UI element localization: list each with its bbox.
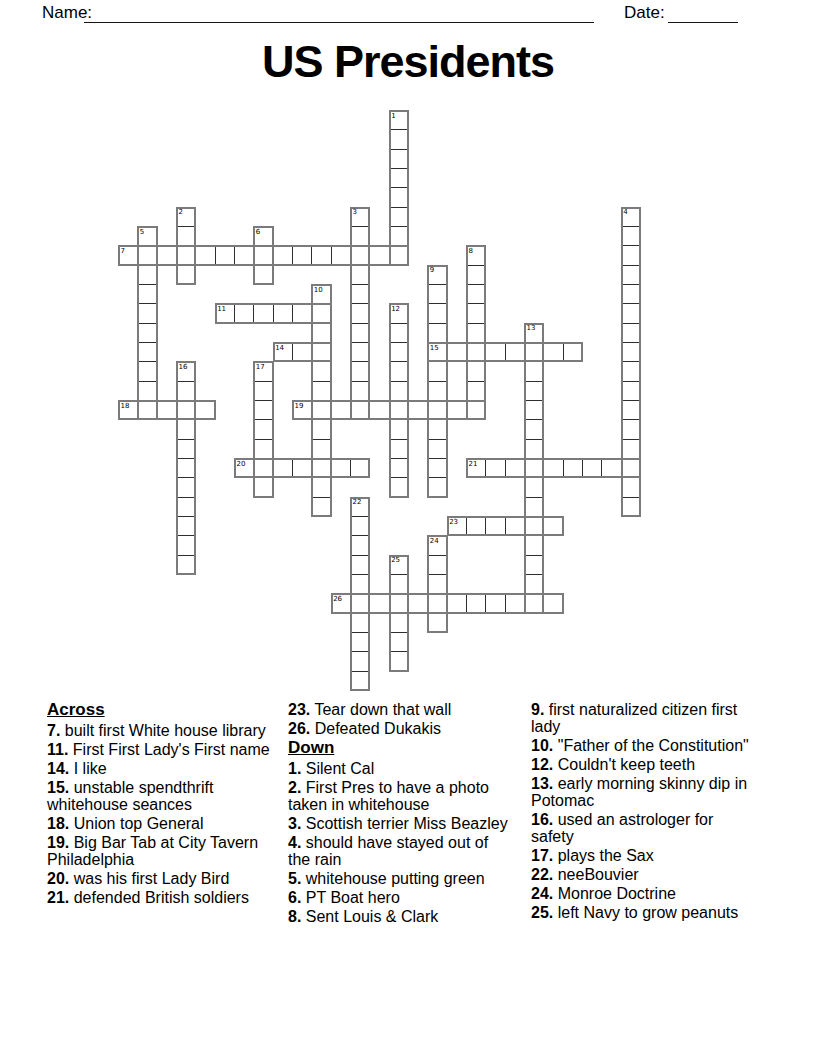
grid-cell-r14c7[interactable] xyxy=(253,381,273,401)
cell-number-26: 26 xyxy=(333,596,342,603)
grid-cell-r7c2[interactable] xyxy=(157,245,177,265)
grid-cell-r25c18[interactable] xyxy=(466,593,486,613)
grid-cell-r6c3[interactable] xyxy=(176,226,196,246)
grid-cell-r13c12[interactable] xyxy=(350,361,370,381)
grid-cell-r19c21[interactable] xyxy=(524,477,544,497)
clue-number: 11. xyxy=(47,741,68,758)
grid-cell-r15c21[interactable] xyxy=(524,400,544,420)
grid-cell-r15c1[interactable] xyxy=(137,400,157,420)
clue-down-3: 3. Scottish terrier Miss Beazley xyxy=(288,815,514,832)
cell-number-5: 5 xyxy=(140,229,144,236)
grid-cell-r7c1[interactable] xyxy=(137,245,157,265)
cell-number-8: 8 xyxy=(469,248,473,255)
grid-cell-r15c10[interactable] xyxy=(311,400,331,420)
clue-number: 1. xyxy=(288,760,301,777)
cell-number-18: 18 xyxy=(121,403,130,410)
grid-cell-r11c1[interactable] xyxy=(137,323,157,343)
clues-down-heading: Down xyxy=(288,739,514,757)
grid-cell-r19c26[interactable] xyxy=(621,477,641,497)
grid-cell-r13c18[interactable] xyxy=(466,361,486,381)
grid-cell-r11c10[interactable] xyxy=(311,323,331,343)
grid-cell-r13c26[interactable] xyxy=(621,361,641,381)
grid-cell-r9c12[interactable] xyxy=(350,284,370,304)
grid-cell-r12c17[interactable] xyxy=(447,342,467,362)
grid-cell-r8c12[interactable] xyxy=(350,265,370,285)
clue-across-20: 20. was his first Lady Bird xyxy=(47,870,285,887)
clue-number: 9. xyxy=(531,701,544,718)
grid-cell-r18c20[interactable] xyxy=(505,458,525,478)
grid-cell-r21c3[interactable] xyxy=(176,516,196,536)
grid-cell-r25c22[interactable] xyxy=(543,593,563,613)
grid-cell-r14c14[interactable] xyxy=(389,381,409,401)
cell-number-1: 1 xyxy=(391,113,395,120)
grid-cell-r7c14[interactable] xyxy=(389,245,409,265)
clue-number: 4. xyxy=(288,834,301,851)
clue-down-4: 4. should have stayed out of the rain xyxy=(288,834,514,868)
grid-cell-r7c11[interactable] xyxy=(331,245,351,265)
grid-cell-r14c16[interactable] xyxy=(427,381,447,401)
worksheet-page: Name: Date: US Presidents 71114151819202… xyxy=(0,0,816,1056)
clue-down-1: 1. Silent Cal xyxy=(288,760,514,777)
grid-cell-r20c26[interactable] xyxy=(621,497,641,517)
grid-cell-r4c14[interactable] xyxy=(389,187,409,207)
grid-cell-r14c21[interactable] xyxy=(524,381,544,401)
grid-cell-r14c10[interactable] xyxy=(311,381,331,401)
clue-down-17: 17. plays the Sax xyxy=(531,847,751,864)
clue-down-10: 10. "Father of the Constitution" xyxy=(531,737,751,754)
grid-cell-r14c26[interactable] xyxy=(621,381,641,401)
clue-number: 6. xyxy=(288,889,301,906)
grid-cell-r10c12[interactable] xyxy=(350,303,370,323)
cell-number-13: 13 xyxy=(527,325,536,332)
grid-cell-r19c16[interactable] xyxy=(427,477,447,497)
grid-cell-r18c24[interactable] xyxy=(582,458,602,478)
clue-number: 24. xyxy=(531,885,553,902)
grid-cell-r18c23[interactable] xyxy=(563,458,583,478)
clue-across-15: 15. unstable spendthrift whitehouse sean… xyxy=(47,779,285,813)
grid-cell-r23c12[interactable] xyxy=(350,555,370,575)
grid-cell-r23c21[interactable] xyxy=(524,555,544,575)
grid-cell-r15c14[interactable] xyxy=(389,400,409,420)
grid-cell-r20c10[interactable] xyxy=(311,497,331,517)
grid-cell-r21c18[interactable] xyxy=(466,516,486,536)
grid-cell-r27c12[interactable] xyxy=(350,632,370,652)
clue-number: 25. xyxy=(531,904,553,921)
grid-cell-r7c8[interactable] xyxy=(273,245,293,265)
clue-number: 19. xyxy=(47,834,69,851)
grid-cell-r12c10[interactable] xyxy=(311,342,331,362)
grid-cell-r25c13[interactable] xyxy=(369,593,389,613)
clue-number: 7. xyxy=(47,722,60,739)
clue-down-9: 9. first naturalized citizen first lady xyxy=(531,701,751,735)
grid-cell-r20c3[interactable] xyxy=(176,497,196,517)
grid-cell-r18c8[interactable] xyxy=(273,458,293,478)
grid-cell-r7c6[interactable] xyxy=(234,245,254,265)
clue-down-2: 2. First Pres to have a photo taken in w… xyxy=(288,779,514,813)
grid-cell-r10c26[interactable] xyxy=(621,303,641,323)
grid-cell-r10c18[interactable] xyxy=(466,303,486,323)
clue-number: 20. xyxy=(47,870,69,887)
cell-number-12: 12 xyxy=(391,306,400,313)
grid-cell-r1c14[interactable] xyxy=(389,129,409,149)
grid-cell-r13c10[interactable] xyxy=(311,361,331,381)
clue-number: 3. xyxy=(288,815,301,832)
grid-cell-r10c7[interactable] xyxy=(253,303,273,323)
clue-number: 13. xyxy=(531,775,553,792)
grid-cell-r10c10[interactable] xyxy=(311,303,331,323)
clue-down-22: 22. neeBouvier xyxy=(531,866,751,883)
clue-column-right: 9. first naturalized citizen first lady1… xyxy=(531,701,751,923)
grid-cell-r10c1[interactable] xyxy=(137,303,157,323)
grid-cell-r20c21[interactable] xyxy=(524,497,544,517)
grid-cell-r3c14[interactable] xyxy=(389,168,409,188)
grid-cell-r15c17[interactable] xyxy=(447,400,467,420)
grid-cell-r29c12[interactable] xyxy=(350,671,370,691)
grid-cell-r19c10[interactable] xyxy=(311,477,331,497)
clue-across-19: 19. Big Bar Tab at City Tavern Philadelp… xyxy=(47,834,285,868)
grid-cell-r13c21[interactable] xyxy=(524,361,544,381)
clue-down-25: 25. left Navy to grow peanuts xyxy=(531,904,751,921)
grid-cell-r12c19[interactable] xyxy=(485,342,505,362)
grid-cell-r18c11[interactable] xyxy=(331,458,351,478)
grid-cell-r12c21[interactable] xyxy=(524,342,544,362)
grid-cell-r11c12[interactable] xyxy=(350,323,370,343)
grid-cell-r28c12[interactable] xyxy=(350,651,370,671)
grid-cell-r9c1[interactable] xyxy=(137,284,157,304)
grid-cell-r8c1[interactable] xyxy=(137,265,157,285)
grid-cell-r7c3[interactable] xyxy=(176,245,196,265)
cell-number-3: 3 xyxy=(353,209,357,216)
grid-cell-r22c3[interactable] xyxy=(176,535,196,555)
grid-cell-r17c21[interactable] xyxy=(524,439,544,459)
grid-cell-r18c7[interactable] xyxy=(253,458,273,478)
grid-cell-r21c12[interactable] xyxy=(350,516,370,536)
grid-cell-r12c22[interactable] xyxy=(543,342,563,362)
grid-cell-r12c1[interactable] xyxy=(137,342,157,362)
grid-cell-r25c17[interactable] xyxy=(447,593,467,613)
grid-cell-r9c18[interactable] xyxy=(466,284,486,304)
grid-cell-r7c26[interactable] xyxy=(621,245,641,265)
grid-cell-r15c4[interactable] xyxy=(195,400,215,420)
clue-number: 12. xyxy=(531,756,553,773)
grid-cell-r19c14[interactable] xyxy=(389,477,409,497)
grid-cell-r22c12[interactable] xyxy=(350,535,370,555)
grid-cell-r17c7[interactable] xyxy=(253,439,273,459)
grid-cell-r8c26[interactable] xyxy=(621,265,641,285)
grid-cell-r10c16[interactable] xyxy=(427,303,447,323)
grid-cell-r14c3[interactable] xyxy=(176,381,196,401)
grid-cell-r23c3[interactable] xyxy=(176,555,196,575)
grid-cell-r15c15[interactable] xyxy=(408,400,428,420)
grid-cell-r21c20[interactable] xyxy=(505,516,525,536)
grid-cell-r24c21[interactable] xyxy=(524,574,544,594)
grid-cell-r14c1[interactable] xyxy=(137,381,157,401)
clue-across-26: 26. Defeated Dukakis xyxy=(288,720,514,737)
grid-cell-r7c4[interactable] xyxy=(195,245,215,265)
cell-number-20: 20 xyxy=(237,461,246,468)
grid-cell-r19c7[interactable] xyxy=(253,477,273,497)
clues-across-heading: Across xyxy=(47,701,285,719)
clue-number: 26. xyxy=(288,720,310,737)
grid-cell-r16c16[interactable] xyxy=(427,419,447,439)
grid-cell-r17c26[interactable] xyxy=(621,439,641,459)
clue-column-left: Across7. built first White house library… xyxy=(47,701,285,908)
grid-cell-r15c12[interactable] xyxy=(350,400,370,420)
clue-down-6: 6. PT Boat hero xyxy=(288,889,514,906)
grid-cell-r6c14[interactable] xyxy=(389,226,409,246)
grid-cell-r18c19[interactable] xyxy=(485,458,505,478)
grid-cell-r18c3[interactable] xyxy=(176,458,196,478)
grid-cell-r22c21[interactable] xyxy=(524,535,544,555)
grid-cell-r24c16[interactable] xyxy=(427,574,447,594)
grid-cell-r18c14[interactable] xyxy=(389,458,409,478)
grid-cell-r17c14[interactable] xyxy=(389,439,409,459)
clue-number: 2. xyxy=(288,779,301,796)
clue-down-24: 24. Monroe Doctrine xyxy=(531,885,751,902)
clue-column-middle: 23. Tear down that wall26. Defeated Duka… xyxy=(288,701,514,927)
grid-cell-r16c10[interactable] xyxy=(311,419,331,439)
grid-cell-r12c12[interactable] xyxy=(350,342,370,362)
cell-number-10: 10 xyxy=(314,287,323,294)
clue-down-12: 12. Couldn't keep teeth xyxy=(531,756,751,773)
grid-cell-r8c18[interactable] xyxy=(466,265,486,285)
cell-number-7: 7 xyxy=(121,248,125,255)
grid-cell-r14c18[interactable] xyxy=(466,381,486,401)
grid-cell-r15c11[interactable] xyxy=(331,400,351,420)
grid-cell-r7c9[interactable] xyxy=(292,245,312,265)
clue-number: 16. xyxy=(531,811,553,828)
grid-cell-r11c16[interactable] xyxy=(427,323,447,343)
grid-cell-r13c1[interactable] xyxy=(137,361,157,381)
clue-across-23: 23. Tear down that wall xyxy=(288,701,514,718)
grid-cell-r12c20[interactable] xyxy=(505,342,525,362)
grid-cell-r12c26[interactable] xyxy=(621,342,641,362)
grid-cell-r11c26[interactable] xyxy=(621,323,641,343)
grid-cell-r17c3[interactable] xyxy=(176,439,196,459)
grid-cell-r10c9[interactable] xyxy=(292,303,312,323)
grid-cell-r15c16[interactable] xyxy=(427,400,447,420)
grid-cell-r10c6[interactable] xyxy=(234,303,254,323)
grid-cell-r15c18[interactable] xyxy=(466,400,486,420)
grid-cell-r21c19[interactable] xyxy=(485,516,505,536)
grid-cell-r17c10[interactable] xyxy=(311,439,331,459)
cell-number-23: 23 xyxy=(449,519,458,526)
grid-cell-r18c26[interactable] xyxy=(621,458,641,478)
grid-cell-r12c14[interactable] xyxy=(389,342,409,362)
grid-cell-r15c7[interactable] xyxy=(253,400,273,420)
clue-number: 22. xyxy=(531,866,553,883)
grid-cell-r6c26[interactable] xyxy=(621,226,641,246)
grid-cell-r8c7[interactable] xyxy=(253,265,273,285)
clue-down-8: 8. Sent Louis & Clark xyxy=(288,908,514,925)
grid-cell-r5c14[interactable] xyxy=(389,207,409,227)
clue-down-16: 16. used an astrologer for safety xyxy=(531,811,751,845)
grid-cell-r17c16[interactable] xyxy=(427,439,447,459)
cell-number-15: 15 xyxy=(430,345,439,352)
grid-cell-r7c7[interactable] xyxy=(253,245,273,265)
cell-number-19: 19 xyxy=(295,403,304,410)
cell-number-2: 2 xyxy=(179,209,183,216)
grid-cell-r28c14[interactable] xyxy=(389,651,409,671)
cell-number-11: 11 xyxy=(217,306,226,313)
cell-number-14: 14 xyxy=(275,345,284,352)
grid-cell-r25c21[interactable] xyxy=(524,593,544,613)
grid-cell-r13c16[interactable] xyxy=(427,361,447,381)
clue-across-14: 14. I like xyxy=(47,760,285,777)
grid-cell-r12c9[interactable] xyxy=(292,342,312,362)
grid-cell-r26c16[interactable] xyxy=(427,613,447,633)
cell-number-25: 25 xyxy=(391,557,400,564)
grid-cell-r18c12[interactable] xyxy=(350,458,370,478)
grid-cell-r13c14[interactable] xyxy=(389,361,409,381)
grid-cell-r21c22[interactable] xyxy=(543,516,563,536)
grid-cell-r14c12[interactable] xyxy=(350,381,370,401)
page-title: US Presidents xyxy=(0,36,816,88)
grid-cell-r15c26[interactable] xyxy=(621,400,641,420)
clue-across-21: 21. defended British soldiers xyxy=(47,889,285,906)
grid-cell-r16c21[interactable] xyxy=(524,419,544,439)
clue-number: 10. xyxy=(531,737,553,754)
grid-cell-r19c3[interactable] xyxy=(176,477,196,497)
grid-cell-r25c19[interactable] xyxy=(485,593,505,613)
grid-cell-r8c3[interactable] xyxy=(176,265,196,285)
clue-number: 23. xyxy=(288,701,310,718)
clue-across-7: 7. built first White house library xyxy=(47,722,285,739)
grid-cell-r24c12[interactable] xyxy=(350,574,370,594)
cell-number-17: 17 xyxy=(256,364,265,371)
clue-number: 8. xyxy=(288,908,301,925)
grid-cell-r25c15[interactable] xyxy=(408,593,428,613)
grid-cell-r7c12[interactable] xyxy=(350,245,370,265)
grid-cell-r15c2[interactable] xyxy=(157,400,177,420)
grid-cell-r15c3[interactable] xyxy=(176,400,196,420)
grid-cell-r21c21[interactable] xyxy=(524,516,544,536)
clue-across-11: 11. First First Lady's First name xyxy=(47,741,285,758)
grid-cell-r25c14[interactable] xyxy=(389,593,409,613)
grid-cell-r23c16[interactable] xyxy=(427,555,447,575)
clue-number: 21. xyxy=(47,889,69,906)
cell-number-22: 22 xyxy=(353,499,362,506)
grid-cell-r6c12[interactable] xyxy=(350,226,370,246)
grid-cell-r25c12[interactable] xyxy=(350,593,370,613)
grid-cell-r16c7[interactable] xyxy=(253,419,273,439)
grid-cell-r26c14[interactable] xyxy=(389,613,409,633)
grid-cell-r7c5[interactable] xyxy=(215,245,235,265)
clue-across-18: 18. Union top General xyxy=(47,815,285,832)
date-fill-line[interactable] xyxy=(668,4,738,23)
grid-cell-r18c9[interactable] xyxy=(292,458,312,478)
grid-cell-r7c13[interactable] xyxy=(369,245,389,265)
cell-number-9: 9 xyxy=(430,267,434,274)
grid-cell-r18c16[interactable] xyxy=(427,458,447,478)
grid-cell-r18c21[interactable] xyxy=(524,458,544,478)
grid-cell-r12c18[interactable] xyxy=(466,342,486,362)
grid-cell-r16c14[interactable] xyxy=(389,419,409,439)
grid-cell-r16c26[interactable] xyxy=(621,419,641,439)
grid-cell-r9c26[interactable] xyxy=(621,284,641,304)
date-label: Date: xyxy=(624,3,665,22)
cell-number-6: 6 xyxy=(256,229,260,236)
grid-cell-r11c14[interactable] xyxy=(389,323,409,343)
grid-cell-r25c16[interactable] xyxy=(427,593,447,613)
grid-cell-r11c18[interactable] xyxy=(466,323,486,343)
clue-number: 17. xyxy=(531,847,553,864)
grid-cell-r26c12[interactable] xyxy=(350,613,370,633)
grid-cell-r27c14[interactable] xyxy=(389,632,409,652)
clue-number: 18. xyxy=(47,815,69,832)
grid-cell-r18c10[interactable] xyxy=(311,458,331,478)
cell-number-4: 4 xyxy=(623,209,627,216)
cell-number-16: 16 xyxy=(179,364,188,371)
name-fill-line[interactable] xyxy=(84,4,594,23)
grid-cell-r24c14[interactable] xyxy=(389,574,409,594)
grid-cell-r16c3[interactable] xyxy=(176,419,196,439)
grid-cell-r7c10[interactable] xyxy=(311,245,331,265)
grid-cell-r18c22[interactable] xyxy=(543,458,563,478)
grid-cell-r10c8[interactable] xyxy=(273,303,293,323)
cell-number-24: 24 xyxy=(430,538,439,545)
clue-down-5: 5. whitehouse putting green xyxy=(288,870,514,887)
grid-cell-r25c20[interactable] xyxy=(505,593,525,613)
clue-down-13: 13. early morning skinny dip in Potomac xyxy=(531,775,751,809)
grid-cell-r9c16[interactable] xyxy=(427,284,447,304)
clue-number: 14. xyxy=(47,760,69,777)
grid-cell-r15c13[interactable] xyxy=(369,400,389,420)
grid-cell-r12c23[interactable] xyxy=(563,342,583,362)
cell-number-21: 21 xyxy=(469,461,478,468)
grid-cell-r2c14[interactable] xyxy=(389,149,409,169)
clue-number: 5. xyxy=(288,870,301,887)
grid-cell-r18c25[interactable] xyxy=(601,458,621,478)
clue-number: 15. xyxy=(47,779,69,796)
